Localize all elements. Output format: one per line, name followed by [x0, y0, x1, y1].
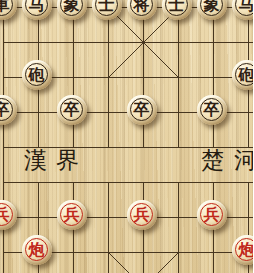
piece-glyph: 卒: [197, 95, 227, 125]
piece-black-soldier[interactable]: 卒: [0, 95, 17, 125]
piece-black-soldier[interactable]: 卒: [57, 95, 87, 125]
piece-glyph: 兵: [0, 200, 17, 230]
piece-glyph: 将: [127, 0, 157, 20]
piece-glyph: 士: [92, 0, 122, 20]
piece-glyph: 马: [232, 0, 254, 20]
piece-glyph: 炮: [22, 235, 52, 265]
piece-glyph: 士: [162, 0, 192, 20]
xiangqi-board[interactable]: 漢界 楚河 車马象士将士象马砲砲卒卒卒卒兵兵兵兵炮炮: [0, 0, 253, 273]
piece-black-horse[interactable]: 马: [22, 0, 52, 20]
piece-glyph: 兵: [197, 200, 227, 230]
piece-black-chariot[interactable]: 車: [0, 0, 17, 20]
piece-black-horse[interactable]: 马: [232, 0, 254, 20]
piece-glyph: 卒: [0, 95, 17, 125]
piece-glyph: 卒: [57, 95, 87, 125]
piece-black-elephant[interactable]: 象: [197, 0, 227, 20]
piece-black-elephant[interactable]: 象: [57, 0, 87, 20]
piece-black-advisor[interactable]: 士: [162, 0, 192, 20]
piece-red-cannon[interactable]: 炮: [22, 235, 52, 265]
piece-glyph: 砲: [232, 60, 254, 90]
piece-black-general[interactable]: 将: [127, 0, 157, 20]
piece-glyph: 兵: [57, 200, 87, 230]
piece-red-soldier[interactable]: 兵: [127, 200, 157, 230]
piece-black-soldier[interactable]: 卒: [197, 95, 227, 125]
piece-glyph: 卒: [127, 95, 157, 125]
piece-black-advisor[interactable]: 士: [92, 0, 122, 20]
board-grid: 車马象士将士象马砲砲卒卒卒卒兵兵兵兵炮炮: [0, 0, 253, 269]
piece-glyph: 象: [57, 0, 87, 20]
piece-glyph: 炮: [232, 235, 254, 265]
piece-black-cannon[interactable]: 砲: [22, 60, 52, 90]
piece-glyph: 象: [197, 0, 227, 20]
piece-red-cannon[interactable]: 炮: [232, 235, 254, 265]
piece-black-cannon[interactable]: 砲: [232, 60, 254, 90]
piece-glyph: 車: [0, 0, 17, 20]
piece-red-soldier[interactable]: 兵: [57, 200, 87, 230]
piece-red-soldier[interactable]: 兵: [0, 200, 17, 230]
piece-glyph: 兵: [127, 200, 157, 230]
piece-glyph: 马: [22, 0, 52, 20]
piece-black-soldier[interactable]: 卒: [127, 95, 157, 125]
piece-glyph: 砲: [22, 60, 52, 90]
piece-red-soldier[interactable]: 兵: [197, 200, 227, 230]
